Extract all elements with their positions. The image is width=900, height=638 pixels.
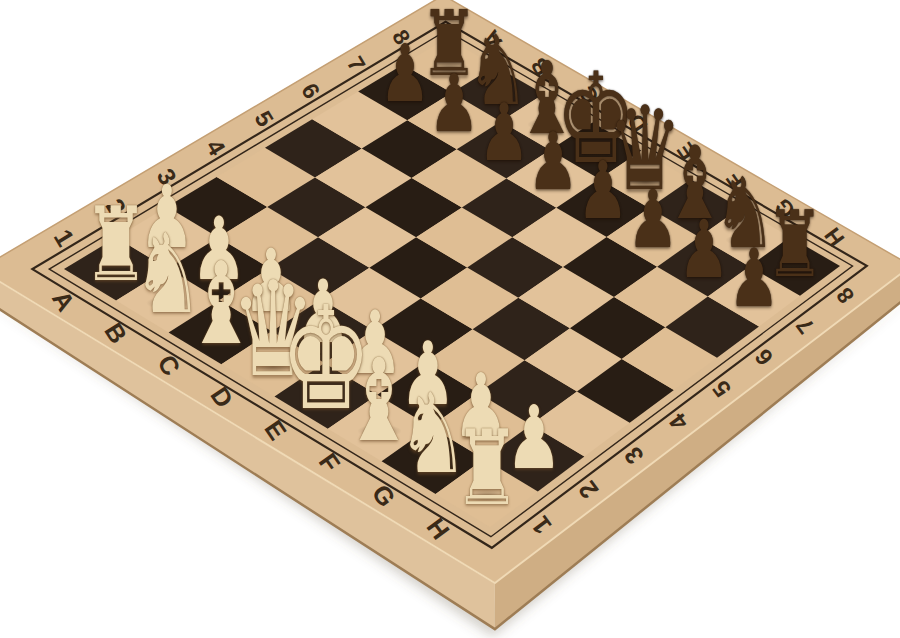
product-photo: AABBCCDDEEFFGGHH1122334455667788 ♜♟♞♟♝♟♚… xyxy=(0,0,900,638)
chess-board: AABBCCDDEEFFGGHH1122334455667788 xyxy=(0,0,900,638)
